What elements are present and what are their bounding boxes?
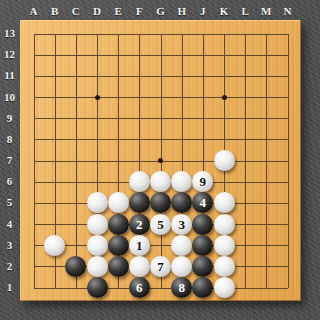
column-label-A: A (25, 4, 42, 19)
stone-black-H5 (171, 192, 192, 213)
column-label-D: D (89, 4, 106, 19)
stone-black-H1: 8 (171, 277, 192, 298)
stone-black-J4 (192, 214, 213, 235)
row-label-3: 3 (1, 238, 18, 253)
stone-white-K5 (214, 192, 235, 213)
stone-black-J3 (192, 235, 213, 256)
stone-black-F1: 6 (129, 277, 150, 298)
row-label-11: 11 (1, 68, 18, 83)
column-label-K: K (216, 4, 233, 19)
stone-white-F3: 1 (129, 235, 150, 256)
stone-white-J6: 9 (192, 171, 213, 192)
column-label-N: N (279, 4, 296, 19)
row-label-12: 12 (1, 47, 18, 62)
go-board-scene: 942531768 ABCDEFGHJKLMN13121110987654321 (0, 0, 320, 320)
grid-line-horizontal (34, 245, 288, 246)
column-label-F: F (131, 4, 148, 19)
grid-line-vertical (266, 34, 267, 288)
stone-white-K3 (214, 235, 235, 256)
stone-black-E4 (108, 214, 129, 235)
row-label-4: 4 (1, 217, 18, 232)
stone-white-K2 (214, 256, 235, 277)
column-label-M: M (258, 4, 275, 19)
column-label-E: E (110, 4, 127, 19)
stone-white-E5 (108, 192, 129, 213)
stone-white-K4 (214, 214, 235, 235)
stone-black-G5 (150, 192, 171, 213)
stone-black-F4: 2 (129, 214, 150, 235)
stone-white-G2: 7 (150, 256, 171, 277)
stone-white-H3 (171, 235, 192, 256)
stone-black-C2 (65, 256, 86, 277)
stone-white-D3 (87, 235, 108, 256)
stone-black-J1 (192, 277, 213, 298)
stone-white-D4 (87, 214, 108, 235)
row-label-10: 10 (1, 90, 18, 105)
row-label-13: 13 (1, 26, 18, 41)
column-label-B: B (46, 4, 63, 19)
go-board[interactable]: 942531768 (20, 20, 301, 301)
stone-white-H2 (171, 256, 192, 277)
row-label-1: 1 (1, 280, 18, 295)
stone-white-F2 (129, 256, 150, 277)
stone-white-D2 (87, 256, 108, 277)
stone-white-H6 (171, 171, 192, 192)
stone-black-J2 (192, 256, 213, 277)
stone-black-J5: 4 (192, 192, 213, 213)
stone-black-F5 (129, 192, 150, 213)
column-label-L: L (237, 4, 254, 19)
row-label-9: 9 (1, 111, 18, 126)
row-label-8: 8 (1, 132, 18, 147)
stone-white-F6 (129, 171, 150, 192)
grid-line-vertical (245, 34, 246, 288)
row-label-5: 5 (1, 195, 18, 210)
star-point-D10 (95, 95, 100, 100)
stone-white-B3 (44, 235, 65, 256)
stone-white-K1 (214, 277, 235, 298)
column-label-H: H (173, 4, 190, 19)
grid-line-horizontal (34, 288, 288, 289)
column-label-G: G (152, 4, 169, 19)
stone-white-G6 (150, 171, 171, 192)
column-label-J: J (194, 4, 211, 19)
star-point-K10 (222, 95, 227, 100)
stone-white-H4: 3 (171, 214, 192, 235)
star-point-G7 (158, 158, 163, 163)
row-label-6: 6 (1, 174, 18, 189)
grid-line-vertical (288, 34, 289, 288)
stone-white-D5 (87, 192, 108, 213)
row-label-2: 2 (1, 259, 18, 274)
row-label-7: 7 (1, 153, 18, 168)
stone-black-E3 (108, 235, 129, 256)
stone-black-E2 (108, 256, 129, 277)
stone-white-K7 (214, 150, 235, 171)
stone-white-G4: 5 (150, 214, 171, 235)
column-label-C: C (67, 4, 84, 19)
stone-black-D1 (87, 277, 108, 298)
